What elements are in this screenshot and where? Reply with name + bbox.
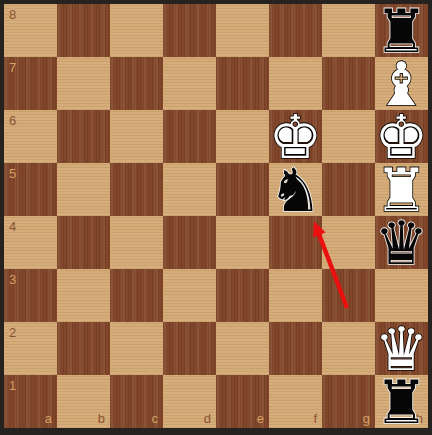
square-e3[interactable] [216,269,269,322]
file-label-f: f [313,412,317,425]
square-d5[interactable] [163,163,216,216]
square-h4[interactable]: ♛ [375,216,428,269]
square-g5[interactable] [322,163,375,216]
file-label-e: e [257,412,264,425]
square-f3[interactable] [269,269,322,322]
square-g2[interactable] [322,322,375,375]
square-f1[interactable]: f [269,375,322,428]
square-b1[interactable]: b [57,375,110,428]
square-e1[interactable]: e [216,375,269,428]
square-b2[interactable] [57,322,110,375]
chess-diagram: 8♜7♝6♚♚5♞♜4♛32♛1abcdefgh♜ [0,0,432,435]
rank-label-1: 1 [9,379,16,392]
piece-black-rook[interactable]: ♜ [375,375,428,428]
square-a3[interactable]: 3 [4,269,57,322]
file-label-g: g [363,412,370,425]
square-d3[interactable] [163,269,216,322]
square-f8[interactable] [269,4,322,57]
square-g4[interactable] [322,216,375,269]
square-a6[interactable]: 6 [4,110,57,163]
rank-label-5: 5 [9,167,16,180]
square-g8[interactable] [322,4,375,57]
rank-label-3: 3 [9,273,16,286]
rank-label-8: 8 [9,8,16,21]
square-b4[interactable] [57,216,110,269]
square-a8[interactable]: 8 [4,4,57,57]
square-d4[interactable] [163,216,216,269]
file-label-c: c [152,412,159,425]
file-label-a: a [45,412,52,425]
square-d1[interactable]: d [163,375,216,428]
square-c4[interactable] [110,216,163,269]
square-e5[interactable] [216,163,269,216]
square-c5[interactable] [110,163,163,216]
square-g6[interactable] [322,110,375,163]
square-d6[interactable] [163,110,216,163]
square-d2[interactable] [163,322,216,375]
rank-label-2: 2 [9,326,16,339]
square-b6[interactable] [57,110,110,163]
square-c7[interactable] [110,57,163,110]
square-b7[interactable] [57,57,110,110]
square-c1[interactable]: c [110,375,163,428]
rank-label-7: 7 [9,61,16,74]
square-b8[interactable] [57,4,110,57]
square-c6[interactable] [110,110,163,163]
square-a1[interactable]: 1a [4,375,57,428]
square-c3[interactable] [110,269,163,322]
square-g7[interactable] [322,57,375,110]
square-e2[interactable] [216,322,269,375]
square-d8[interactable] [163,4,216,57]
square-a4[interactable]: 4 [4,216,57,269]
square-d7[interactable] [163,57,216,110]
piece-black-queen[interactable]: ♛ [375,216,428,269]
piece-black-knight[interactable]: ♞ [269,163,322,216]
square-g1[interactable]: g [322,375,375,428]
chess-board: 8♜7♝6♚♚5♞♜4♛32♛1abcdefgh♜ [4,4,428,428]
square-a5[interactable]: 5 [4,163,57,216]
file-label-d: d [204,412,211,425]
square-b5[interactable] [57,163,110,216]
square-f5[interactable]: ♞ [269,163,322,216]
square-e6[interactable] [216,110,269,163]
file-label-b: b [98,412,105,425]
rank-label-4: 4 [9,220,16,233]
square-g3[interactable] [322,269,375,322]
square-f2[interactable] [269,322,322,375]
square-a7[interactable]: 7 [4,57,57,110]
square-h1[interactable]: h♜ [375,375,428,428]
rank-label-6: 6 [9,114,16,127]
square-c2[interactable] [110,322,163,375]
square-a2[interactable]: 2 [4,322,57,375]
square-e8[interactable] [216,4,269,57]
square-e4[interactable] [216,216,269,269]
square-b3[interactable] [57,269,110,322]
square-e7[interactable] [216,57,269,110]
square-c8[interactable] [110,4,163,57]
